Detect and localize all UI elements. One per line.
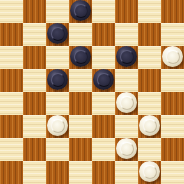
square-r7c2[interactable] [46, 161, 69, 184]
square-r2c3[interactable] [69, 46, 92, 69]
square-r3c3 [69, 69, 92, 92]
square-r0c7[interactable] [161, 0, 184, 23]
black-man[interactable] [116, 46, 137, 67]
square-r6c7[interactable] [161, 138, 184, 161]
black-man[interactable] [70, 46, 91, 67]
square-r1c0[interactable] [0, 23, 23, 46]
square-r1c6[interactable] [138, 23, 161, 46]
square-r0c2 [46, 0, 69, 23]
square-r7c1 [23, 161, 46, 184]
square-r5c6[interactable] [138, 115, 161, 138]
piece-ridge-ring [120, 96, 134, 110]
square-r6c5[interactable] [115, 138, 138, 161]
square-r7c4[interactable] [92, 161, 115, 184]
white-man[interactable] [139, 115, 160, 136]
square-r3c6[interactable] [138, 69, 161, 92]
square-r4c7[interactable] [161, 92, 184, 115]
square-r5c4[interactable] [92, 115, 115, 138]
square-r4c0 [0, 92, 23, 115]
black-man[interactable] [47, 69, 68, 90]
black-man[interactable] [93, 69, 114, 90]
checkers-board [0, 0, 184, 184]
white-man[interactable] [162, 46, 183, 67]
white-man[interactable] [47, 115, 68, 136]
square-r2c5[interactable] [115, 46, 138, 69]
square-r6c4 [92, 138, 115, 161]
piece-ridge-ring [120, 50, 134, 64]
white-man[interactable] [116, 138, 137, 159]
square-r4c1[interactable] [23, 92, 46, 115]
piece-ridge-ring [51, 27, 65, 41]
square-r3c4[interactable] [92, 69, 115, 92]
square-r7c6[interactable] [138, 161, 161, 184]
piece-ridge-ring [51, 73, 65, 87]
square-r1c3 [69, 23, 92, 46]
square-r6c2 [46, 138, 69, 161]
square-r7c3 [69, 161, 92, 184]
square-r6c6 [138, 138, 161, 161]
square-r0c3[interactable] [69, 0, 92, 23]
square-r0c4 [92, 0, 115, 23]
square-r0c5[interactable] [115, 0, 138, 23]
square-r3c0[interactable] [0, 69, 23, 92]
black-man[interactable] [70, 0, 91, 21]
square-r2c0 [0, 46, 23, 69]
square-r7c5 [115, 161, 138, 184]
square-r0c1[interactable] [23, 0, 46, 23]
square-r0c0 [0, 0, 23, 23]
piece-ridge-ring [143, 165, 157, 179]
square-r6c0 [0, 138, 23, 161]
square-r3c5 [115, 69, 138, 92]
square-r2c7[interactable] [161, 46, 184, 69]
square-r1c2[interactable] [46, 23, 69, 46]
square-r6c1[interactable] [23, 138, 46, 161]
square-r5c5 [115, 115, 138, 138]
square-r4c4 [92, 92, 115, 115]
piece-ridge-ring [143, 119, 157, 133]
square-r1c5 [115, 23, 138, 46]
black-man[interactable] [47, 23, 68, 44]
square-r1c4[interactable] [92, 23, 115, 46]
square-r2c6 [138, 46, 161, 69]
square-r5c0[interactable] [0, 115, 23, 138]
square-r5c2[interactable] [46, 115, 69, 138]
square-r0c6 [138, 0, 161, 23]
square-r5c7 [161, 115, 184, 138]
square-r2c1[interactable] [23, 46, 46, 69]
white-man[interactable] [139, 161, 160, 182]
square-r7c0[interactable] [0, 161, 23, 184]
piece-ridge-ring [120, 142, 134, 156]
square-r4c5[interactable] [115, 92, 138, 115]
square-r2c4 [92, 46, 115, 69]
square-r7c7 [161, 161, 184, 184]
square-r3c2[interactable] [46, 69, 69, 92]
piece-ridge-ring [51, 119, 65, 133]
square-r4c2 [46, 92, 69, 115]
piece-ridge-ring [97, 73, 111, 87]
piece-ridge-ring [74, 50, 88, 64]
square-r2c2 [46, 46, 69, 69]
square-r5c1 [23, 115, 46, 138]
white-man[interactable] [116, 92, 137, 113]
square-r6c3[interactable] [69, 138, 92, 161]
piece-ridge-ring [74, 4, 88, 18]
square-r3c7 [161, 69, 184, 92]
piece-ridge-ring [166, 50, 180, 64]
square-r4c3[interactable] [69, 92, 92, 115]
square-r4c6 [138, 92, 161, 115]
square-r1c7 [161, 23, 184, 46]
square-r1c1 [23, 23, 46, 46]
square-r3c1 [23, 69, 46, 92]
square-r5c3 [69, 115, 92, 138]
